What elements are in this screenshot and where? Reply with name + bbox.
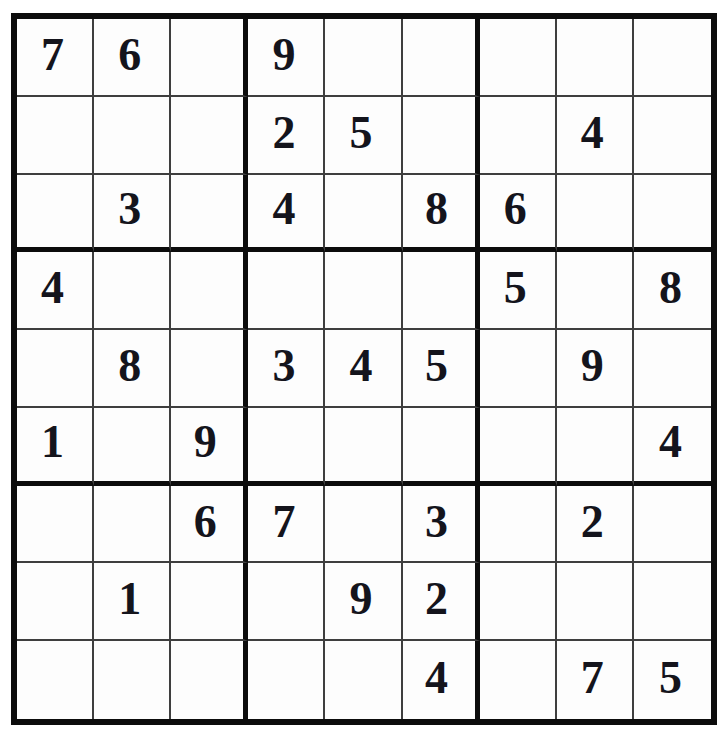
cell-r9c2[interactable]: [94, 641, 171, 719]
given-digit: 5: [349, 110, 372, 156]
cell-r6c3[interactable]: 9: [171, 408, 248, 486]
given-digit: 6: [504, 186, 527, 232]
cell-r4c1[interactable]: 4: [17, 252, 94, 330]
cell-r5c9[interactable]: [634, 330, 711, 408]
cell-r2c2[interactable]: [94, 97, 171, 175]
given-digit: 4: [425, 655, 448, 701]
cell-r7c3[interactable]: 6: [171, 486, 248, 564]
given-digit: 2: [272, 110, 295, 156]
given-digit: 2: [425, 576, 448, 622]
cell-r1c2[interactable]: 6: [94, 19, 171, 97]
cell-r8c6[interactable]: 2: [403, 563, 480, 641]
cell-r7c2[interactable]: [94, 486, 171, 564]
given-digit: 2: [581, 499, 604, 545]
cell-r5c4[interactable]: 3: [248, 330, 325, 408]
given-digit: 9: [349, 576, 372, 622]
cell-r4c7[interactable]: 5: [480, 252, 557, 330]
cell-r6c9[interactable]: 4: [634, 408, 711, 486]
sudoku-board: 7692543486458834591946732192475: [11, 13, 717, 725]
cell-r9c9[interactable]: 5: [634, 641, 711, 719]
cell-r8c9[interactable]: [634, 563, 711, 641]
cell-r1c1[interactable]: 7: [17, 19, 94, 97]
cell-r9c4[interactable]: [248, 641, 325, 719]
cell-r1c4[interactable]: 9: [248, 19, 325, 97]
given-digit: 9: [272, 32, 295, 78]
cell-r9c6[interactable]: 4: [403, 641, 480, 719]
given-digit: 4: [41, 265, 64, 311]
cell-r7c5[interactable]: [325, 486, 402, 564]
cell-r2c5[interactable]: 5: [325, 97, 402, 175]
cell-r6c6[interactable]: [403, 408, 480, 486]
cell-r3c2[interactable]: 3: [94, 175, 171, 253]
cell-r8c7[interactable]: [480, 563, 557, 641]
cell-r1c7[interactable]: [480, 19, 557, 97]
cell-r3c6[interactable]: 8: [403, 175, 480, 253]
cell-r7c6[interactable]: 3: [403, 486, 480, 564]
sudoku-page: 7692543486458834591946732192475: [0, 0, 728, 736]
cell-r5c7[interactable]: [480, 330, 557, 408]
cell-r2c7[interactable]: [480, 97, 557, 175]
cell-r8c3[interactable]: [171, 563, 248, 641]
cell-r3c4[interactable]: 4: [248, 175, 325, 253]
cell-r7c1[interactable]: [17, 486, 94, 564]
cell-r7c4[interactable]: 7: [248, 486, 325, 564]
cell-r5c8[interactable]: 9: [557, 330, 634, 408]
cell-r1c9[interactable]: [634, 19, 711, 97]
given-digit: 1: [118, 576, 141, 622]
cell-r5c3[interactable]: [171, 330, 248, 408]
given-digit: 5: [425, 343, 448, 389]
given-digit: 5: [504, 265, 527, 311]
cell-r5c2[interactable]: 8: [94, 330, 171, 408]
given-digit: 6: [194, 499, 217, 545]
given-digit: 1: [41, 419, 64, 465]
cell-r9c1[interactable]: [17, 641, 94, 719]
given-digit: 8: [425, 186, 448, 232]
cell-r5c1[interactable]: [17, 330, 94, 408]
given-digit: 5: [659, 655, 682, 701]
given-digit: 3: [272, 343, 295, 389]
cell-r3c8[interactable]: [557, 175, 634, 253]
cell-r3c9[interactable]: [634, 175, 711, 253]
cell-r3c3[interactable]: [171, 175, 248, 253]
cell-r6c4[interactable]: [248, 408, 325, 486]
cell-r9c7[interactable]: [480, 641, 557, 719]
cell-r9c3[interactable]: [171, 641, 248, 719]
cell-r9c5[interactable]: [325, 641, 402, 719]
given-digit: 9: [194, 419, 217, 465]
cell-r1c8[interactable]: [557, 19, 634, 97]
cell-r8c4[interactable]: [248, 563, 325, 641]
cell-r6c2[interactable]: [94, 408, 171, 486]
given-digit: 4: [659, 419, 682, 465]
cell-r1c6[interactable]: [403, 19, 480, 97]
cell-r3c1[interactable]: [17, 175, 94, 253]
given-digit: 3: [118, 186, 141, 232]
cell-r7c9[interactable]: [634, 486, 711, 564]
given-digit: 4: [272, 186, 295, 232]
given-digit: 6: [118, 32, 141, 78]
cell-r6c7[interactable]: [480, 408, 557, 486]
given-digit: 8: [118, 343, 141, 389]
cell-r6c5[interactable]: [325, 408, 402, 486]
cell-r6c8[interactable]: [557, 408, 634, 486]
cell-r8c5[interactable]: 9: [325, 563, 402, 641]
cell-r4c2[interactable]: [94, 252, 171, 330]
given-digit: 4: [349, 343, 372, 389]
cell-r5c5[interactable]: 4: [325, 330, 402, 408]
cell-r8c2[interactable]: 1: [94, 563, 171, 641]
cell-r4c3[interactable]: [171, 252, 248, 330]
cell-r3c7[interactable]: 6: [480, 175, 557, 253]
cell-r1c5[interactable]: [325, 19, 402, 97]
cell-r1c3[interactable]: [171, 19, 248, 97]
cell-r2c3[interactable]: [171, 97, 248, 175]
given-digit: 3: [425, 499, 448, 545]
cell-r6c1[interactable]: 1: [17, 408, 94, 486]
cell-r5c6[interactable]: 5: [403, 330, 480, 408]
given-digit: 7: [581, 655, 604, 701]
given-digit: 8: [659, 265, 682, 311]
given-digit: 7: [41, 32, 64, 78]
given-digit: 9: [581, 343, 604, 389]
cell-r8c1[interactable]: [17, 563, 94, 641]
cell-r3c5[interactable]: [325, 175, 402, 253]
cell-r2c9[interactable]: [634, 97, 711, 175]
cell-r2c6[interactable]: [403, 97, 480, 175]
cell-r4c6[interactable]: [403, 252, 480, 330]
given-digit: 4: [581, 110, 604, 156]
cell-r2c8[interactable]: 4: [557, 97, 634, 175]
cell-r7c8[interactable]: 2: [557, 486, 634, 564]
cell-r4c4[interactable]: [248, 252, 325, 330]
cell-r4c5[interactable]: [325, 252, 402, 330]
cell-r7c7[interactable]: [480, 486, 557, 564]
cell-r9c8[interactable]: 7: [557, 641, 634, 719]
cell-r4c9[interactable]: 8: [634, 252, 711, 330]
given-digit: 7: [272, 499, 295, 545]
cell-r2c4[interactable]: 2: [248, 97, 325, 175]
cell-r4c8[interactable]: [557, 252, 634, 330]
cell-r8c8[interactable]: [557, 563, 634, 641]
cell-r2c1[interactable]: [17, 97, 94, 175]
